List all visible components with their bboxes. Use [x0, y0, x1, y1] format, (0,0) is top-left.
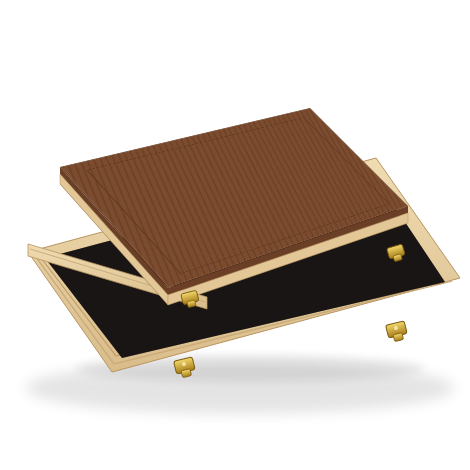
board-edge: [0, 0, 470, 470]
chess-set-scene: [0, 0, 470, 470]
board-side-pine-left: [60, 174, 168, 305]
brass-clasp-board-left: [181, 290, 200, 308]
board-side-pine-right: [168, 213, 408, 305]
brass-clasp-board-right: [387, 244, 407, 263]
board-side-walnut-left: [60, 167, 168, 295]
product-photo: { "game": "chess", "scene": { "kind": "w…: [0, 0, 470, 470]
board-side-walnut-right: [168, 206, 408, 295]
